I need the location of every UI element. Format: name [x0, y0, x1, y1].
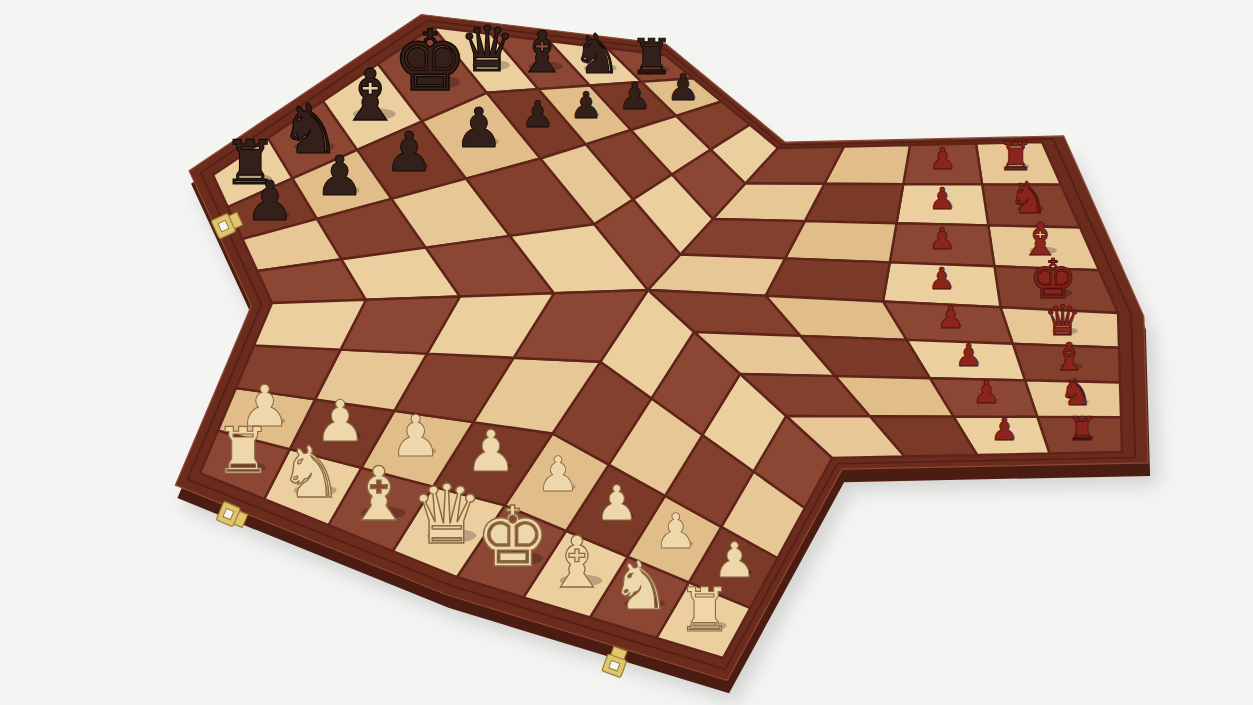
white-rook-a1: ♜ [214, 414, 271, 488]
white-king-e1: ♚ [475, 488, 550, 586]
red-pawn-f2: ♟ [929, 221, 956, 256]
black-pawn-d2: ♟ [521, 93, 554, 136]
black-pawn-c2: ♟ [570, 84, 603, 127]
red-pawn-g2: ♟ [929, 181, 956, 216]
white-knight-g1: ♞ [610, 546, 671, 625]
red-knight-b1: ♞ [1059, 371, 1092, 414]
black-pawn-b2: ♟ [618, 75, 651, 118]
black-pawn-g2: ♟ [315, 144, 364, 208]
three-player-chessboard: ♛♝♞♜♚♟♟♝♟♟♟♞♟♜♟♜♟♟♞♟♟♝♟♚♟♛♟♝♟♞♟♟♜♟♟♟♜♟♞♝… [0, 0, 1253, 705]
black-bishop-c1: ♝ [516, 19, 567, 85]
white-bishop-c1: ♝ [346, 451, 413, 538]
red-rook-a1: ♜ [1068, 410, 1097, 448]
red-pawn-a2: ♟ [990, 411, 1018, 447]
red-pawn-h2: ♟ [929, 141, 956, 176]
white-rook-h1: ♜ [678, 575, 732, 645]
black-pawn-a2: ♟ [667, 66, 700, 109]
red-pawn-c2: ♟ [955, 337, 983, 373]
black-knight-b1: ♞ [572, 22, 621, 86]
three-player-chess-product-shot: ♛♝♞♜♚♟♟♝♟♟♟♞♟♜♟♜♟♟♞♟♟♝♟♚♟♛♟♝♟♞♟♟♜♟♟♟♜♟♞♝… [0, 0, 1253, 705]
black-pawn-f2: ♟ [385, 120, 434, 184]
white-knight-b1: ♞ [279, 431, 343, 514]
white-bishop-f1: ♝ [545, 521, 608, 604]
red-pawn-d2: ♟ [937, 299, 965, 335]
white-queen-d1: ♛ [410, 467, 484, 562]
red-pawn-b2: ♟ [973, 374, 1001, 410]
red-pawn-e2: ♟ [928, 261, 955, 296]
cell-red-e3 [766, 258, 890, 301]
black-pawn-e2: ♟ [454, 96, 503, 160]
black-pawn-h2: ♟ [245, 169, 294, 233]
